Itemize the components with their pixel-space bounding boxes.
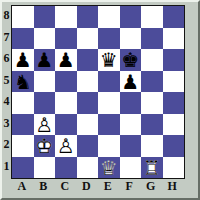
square-h5[interactable] [163, 71, 185, 93]
rank-label-4: 4 [2, 91, 11, 113]
square-e8[interactable] [98, 6, 120, 28]
square-h8[interactable] [163, 6, 185, 28]
square-g6[interactable] [141, 49, 163, 71]
file-label-b: B [33, 178, 55, 194]
square-c4[interactable] [55, 92, 77, 114]
square-b6[interactable]: ♟ [34, 49, 56, 71]
rank-label-3: 3 [2, 113, 11, 135]
file-label-c: C [54, 178, 76, 194]
square-f8[interactable] [120, 6, 142, 28]
square-g8[interactable] [141, 6, 163, 28]
square-d1[interactable] [77, 157, 99, 179]
rank-labels: 87654321 [2, 5, 11, 177]
square-g4[interactable] [141, 92, 163, 114]
square-h6[interactable] [163, 49, 185, 71]
square-b4[interactable] [34, 92, 56, 114]
square-a4[interactable] [12, 92, 34, 114]
rank-label-8: 8 [2, 5, 11, 27]
square-a6[interactable]: ♟ [12, 49, 34, 71]
black-knight[interactable]: ♞ [12, 71, 34, 93]
square-f2[interactable] [120, 135, 142, 157]
black-pawn[interactable]: ♟ [34, 49, 56, 71]
chess-board-frame: 87654321 ♟♟♟♛♚♞♟♟♙♚♔♟♙♛♕♜♖ ABCDEFGH [0, 0, 200, 200]
square-e2[interactable] [98, 135, 120, 157]
square-e5[interactable] [98, 71, 120, 93]
black-king[interactable]: ♚ [120, 49, 142, 71]
white-queen[interactable]: ♛♕ [98, 157, 120, 179]
file-label-g: G [140, 178, 162, 194]
white-rook[interactable]: ♜♖ [141, 157, 163, 179]
square-e7[interactable] [98, 28, 120, 50]
black-queen[interactable]: ♛ [98, 49, 120, 71]
square-h4[interactable] [163, 92, 185, 114]
black-pawn[interactable]: ♟ [12, 49, 34, 71]
chess-board: ♟♟♟♛♚♞♟♟♙♚♔♟♙♛♕♜♖ [11, 5, 185, 179]
square-a7[interactable] [12, 28, 34, 50]
square-c8[interactable] [55, 6, 77, 28]
square-c2[interactable]: ♟♙ [55, 135, 77, 157]
white-pawn[interactable]: ♟♙ [34, 114, 56, 136]
square-a1[interactable] [12, 157, 34, 179]
rank-label-7: 7 [2, 27, 11, 49]
square-e6[interactable]: ♛ [98, 49, 120, 71]
file-label-a: A [11, 178, 33, 194]
square-g2[interactable] [141, 135, 163, 157]
square-f7[interactable] [120, 28, 142, 50]
square-a3[interactable] [12, 114, 34, 136]
file-label-f: F [119, 178, 141, 194]
square-b3[interactable]: ♟♙ [34, 114, 56, 136]
rank-label-2: 2 [2, 134, 11, 156]
square-c6[interactable]: ♟ [55, 49, 77, 71]
square-g7[interactable] [141, 28, 163, 50]
square-h3[interactable] [163, 114, 185, 136]
square-b8[interactable] [34, 6, 56, 28]
square-g3[interactable] [141, 114, 163, 136]
file-label-e: E [97, 178, 119, 194]
square-d4[interactable] [77, 92, 99, 114]
square-h7[interactable] [163, 28, 185, 50]
file-label-d: D [76, 178, 98, 194]
square-b2[interactable]: ♚♔ [34, 135, 56, 157]
square-c5[interactable] [55, 71, 77, 93]
square-e3[interactable] [98, 114, 120, 136]
square-e4[interactable] [98, 92, 120, 114]
square-f3[interactable] [120, 114, 142, 136]
square-a2[interactable] [12, 135, 34, 157]
white-pawn[interactable]: ♟♙ [55, 135, 77, 157]
file-label-h: H [162, 178, 184, 194]
white-king[interactable]: ♚♔ [34, 135, 56, 157]
square-d2[interactable] [77, 135, 99, 157]
file-labels: ABCDEFGH [11, 178, 183, 194]
square-d7[interactable] [77, 28, 99, 50]
square-c1[interactable] [55, 157, 77, 179]
square-a5[interactable]: ♞ [12, 71, 34, 93]
square-f5[interactable]: ♟ [120, 71, 142, 93]
square-f6[interactable]: ♚ [120, 49, 142, 71]
square-h2[interactable] [163, 135, 185, 157]
square-a8[interactable] [12, 6, 34, 28]
square-d5[interactable] [77, 71, 99, 93]
square-e1[interactable]: ♛♕ [98, 157, 120, 179]
square-d3[interactable] [77, 114, 99, 136]
square-c7[interactable] [55, 28, 77, 50]
square-b7[interactable] [34, 28, 56, 50]
square-b5[interactable] [34, 71, 56, 93]
black-pawn[interactable]: ♟ [55, 49, 77, 71]
rank-label-5: 5 [2, 70, 11, 92]
rank-label-6: 6 [2, 48, 11, 70]
square-b1[interactable] [34, 157, 56, 179]
black-pawn[interactable]: ♟ [120, 71, 142, 93]
square-d6[interactable] [77, 49, 99, 71]
square-g1[interactable]: ♜♖ [141, 157, 163, 179]
square-d8[interactable] [77, 6, 99, 28]
square-c3[interactable] [55, 114, 77, 136]
rank-label-1: 1 [2, 156, 11, 178]
square-f4[interactable] [120, 92, 142, 114]
square-f1[interactable] [120, 157, 142, 179]
square-h1[interactable] [163, 157, 185, 179]
square-g5[interactable] [141, 71, 163, 93]
